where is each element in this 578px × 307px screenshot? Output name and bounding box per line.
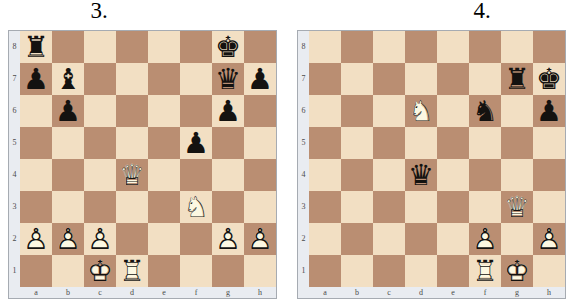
square-f2: ♟♙ bbox=[469, 223, 501, 255]
square-c3 bbox=[373, 191, 405, 223]
rank-label-5: 5 bbox=[9, 127, 20, 159]
square-b5 bbox=[341, 127, 373, 159]
rank-label-1: 1 bbox=[9, 255, 20, 287]
square-c1 bbox=[373, 255, 405, 287]
square-c2 bbox=[373, 223, 405, 255]
square-f1: ♜♖ bbox=[469, 255, 501, 287]
square-a6 bbox=[20, 95, 52, 127]
square-d5 bbox=[116, 127, 148, 159]
square-c1: ♚♔ bbox=[84, 255, 116, 287]
rank-label-5: 5 bbox=[298, 127, 309, 159]
square-h5 bbox=[244, 127, 276, 159]
black-pawn-h7: ♟ bbox=[244, 63, 276, 95]
square-d7 bbox=[405, 63, 437, 95]
square-b1 bbox=[52, 255, 84, 287]
square-a7: ♟ bbox=[20, 63, 52, 95]
square-d7 bbox=[116, 63, 148, 95]
white-knight-d6: ♞♘ bbox=[405, 95, 437, 127]
square-d8 bbox=[405, 31, 437, 63]
square-e3 bbox=[437, 191, 469, 223]
square-e5 bbox=[148, 127, 180, 159]
square-g8 bbox=[501, 31, 533, 63]
rank-label-2: 2 bbox=[9, 223, 20, 255]
square-b4 bbox=[341, 159, 373, 191]
square-e2 bbox=[437, 223, 469, 255]
square-c5 bbox=[84, 127, 116, 159]
square-d2 bbox=[116, 223, 148, 255]
black-pawn-a7: ♟ bbox=[20, 63, 52, 95]
square-f7 bbox=[180, 63, 212, 95]
square-a2: ♟♙ bbox=[20, 223, 52, 255]
file-label-h: h bbox=[533, 287, 565, 298]
square-f4 bbox=[180, 159, 212, 191]
square-d6: ♞♘ bbox=[405, 95, 437, 127]
rank-label-6: 6 bbox=[298, 95, 309, 127]
square-h8 bbox=[244, 31, 276, 63]
square-h1 bbox=[244, 255, 276, 287]
square-e1 bbox=[148, 255, 180, 287]
chessboard-puzzle-4: 87♜♚6♞♘♞♟54♛3♛♕2♟♙♟♙1♜♖♚♔abcdefgh bbox=[297, 30, 566, 299]
black-rook-a8: ♜ bbox=[20, 31, 52, 63]
square-e1 bbox=[437, 255, 469, 287]
rank-label-4: 4 bbox=[9, 159, 20, 191]
file-label-f: f bbox=[180, 287, 212, 298]
white-knight-f3: ♞♘ bbox=[180, 191, 212, 223]
square-b2 bbox=[341, 223, 373, 255]
square-e5 bbox=[437, 127, 469, 159]
square-g3 bbox=[212, 191, 244, 223]
white-rook-d1: ♜♖ bbox=[116, 255, 148, 287]
black-rook-g7: ♜ bbox=[501, 63, 533, 95]
square-g2: ♟♙ bbox=[212, 223, 244, 255]
frame-corner bbox=[9, 287, 20, 298]
rank-label-1: 1 bbox=[298, 255, 309, 287]
square-d5 bbox=[405, 127, 437, 159]
square-g3: ♛♕ bbox=[501, 191, 533, 223]
black-pawn-f5: ♟ bbox=[180, 127, 212, 159]
square-g7: ♜ bbox=[501, 63, 533, 95]
square-f5 bbox=[469, 127, 501, 159]
square-g4 bbox=[212, 159, 244, 191]
square-e2 bbox=[148, 223, 180, 255]
chess-puzzles-page: 3. 4. 8♜♚7♟♝♛♟6♟♟5♟4♛♕3♞♘2♟♙♟♙♟♙♟♙♟♙1♚♔♜… bbox=[0, 0, 578, 307]
square-g8: ♚ bbox=[212, 31, 244, 63]
file-label-a: a bbox=[20, 287, 52, 298]
square-b4 bbox=[52, 159, 84, 191]
square-h3 bbox=[533, 191, 565, 223]
square-c4 bbox=[84, 159, 116, 191]
black-queen-g7: ♛ bbox=[212, 63, 244, 95]
square-c6 bbox=[84, 95, 116, 127]
square-f2 bbox=[180, 223, 212, 255]
square-a1 bbox=[20, 255, 52, 287]
square-e7 bbox=[437, 63, 469, 95]
square-h6: ♟ bbox=[533, 95, 565, 127]
square-g1: ♚♔ bbox=[501, 255, 533, 287]
square-h2: ♟♙ bbox=[533, 223, 565, 255]
square-c6 bbox=[373, 95, 405, 127]
square-g6 bbox=[501, 95, 533, 127]
square-g7: ♛ bbox=[212, 63, 244, 95]
square-a4 bbox=[309, 159, 341, 191]
square-g5 bbox=[212, 127, 244, 159]
board-frame: 8♜♚7♟♝♛♟6♟♟5♟4♛♕3♞♘2♟♙♟♙♟♙♟♙♟♙1♚♔♜♖abcde… bbox=[8, 30, 277, 299]
square-h4 bbox=[244, 159, 276, 191]
square-b3 bbox=[52, 191, 84, 223]
file-label-g: g bbox=[212, 287, 244, 298]
square-g5 bbox=[501, 127, 533, 159]
square-e6 bbox=[437, 95, 469, 127]
white-pawn-c2: ♟♙ bbox=[84, 223, 116, 255]
square-b1 bbox=[341, 255, 373, 287]
white-pawn-g2: ♟♙ bbox=[212, 223, 244, 255]
file-label-d: d bbox=[116, 287, 148, 298]
square-a5 bbox=[309, 127, 341, 159]
file-label-c: c bbox=[84, 287, 116, 298]
white-rook-f1: ♜♖ bbox=[469, 255, 501, 287]
white-pawn-h2: ♟♙ bbox=[533, 223, 565, 255]
square-d4: ♛♕ bbox=[116, 159, 148, 191]
white-king-c1: ♚♔ bbox=[84, 255, 116, 287]
square-d4: ♛ bbox=[405, 159, 437, 191]
rank-label-8: 8 bbox=[298, 31, 309, 63]
square-c4 bbox=[373, 159, 405, 191]
square-e8 bbox=[148, 31, 180, 63]
square-f4 bbox=[469, 159, 501, 191]
square-b3 bbox=[341, 191, 373, 223]
square-h4 bbox=[533, 159, 565, 191]
file-label-e: e bbox=[437, 287, 469, 298]
square-b8 bbox=[341, 31, 373, 63]
square-h5 bbox=[533, 127, 565, 159]
square-b6 bbox=[341, 95, 373, 127]
square-c3 bbox=[84, 191, 116, 223]
white-queen-d4: ♛♕ bbox=[116, 159, 148, 191]
square-c8 bbox=[84, 31, 116, 63]
rank-label-3: 3 bbox=[9, 191, 20, 223]
white-pawn-b2: ♟♙ bbox=[52, 223, 84, 255]
chessboard-puzzle-3: 8♜♚7♟♝♛♟6♟♟5♟4♛♕3♞♘2♟♙♟♙♟♙♟♙♟♙1♚♔♜♖abcde… bbox=[8, 30, 277, 299]
white-queen-g3: ♛♕ bbox=[501, 191, 533, 223]
white-pawn-f2: ♟♙ bbox=[469, 223, 501, 255]
file-label-d: d bbox=[405, 287, 437, 298]
square-a4 bbox=[20, 159, 52, 191]
black-bishop-b7: ♝ bbox=[52, 63, 84, 95]
square-f6 bbox=[180, 95, 212, 127]
square-b7 bbox=[341, 63, 373, 95]
square-b2: ♟♙ bbox=[52, 223, 84, 255]
file-label-c: c bbox=[373, 287, 405, 298]
square-c7 bbox=[84, 63, 116, 95]
square-f3 bbox=[469, 191, 501, 223]
square-a7 bbox=[309, 63, 341, 95]
black-pawn-h6: ♟ bbox=[533, 95, 565, 127]
square-a3 bbox=[20, 191, 52, 223]
square-b6: ♟ bbox=[52, 95, 84, 127]
frame-corner bbox=[298, 287, 309, 298]
rank-label-6: 6 bbox=[9, 95, 20, 127]
black-king-g8: ♚ bbox=[212, 31, 244, 63]
file-label-b: b bbox=[52, 287, 84, 298]
square-g4 bbox=[501, 159, 533, 191]
square-a3 bbox=[309, 191, 341, 223]
square-f3: ♞♘ bbox=[180, 191, 212, 223]
rank-label-4: 4 bbox=[298, 159, 309, 191]
black-king-h7: ♚ bbox=[533, 63, 565, 95]
square-h1 bbox=[533, 255, 565, 287]
square-e3 bbox=[148, 191, 180, 223]
square-d1: ♜♖ bbox=[116, 255, 148, 287]
square-b7: ♝ bbox=[52, 63, 84, 95]
file-label-h: h bbox=[244, 287, 276, 298]
rank-label-8: 8 bbox=[9, 31, 20, 63]
square-b5 bbox=[52, 127, 84, 159]
square-a1 bbox=[309, 255, 341, 287]
square-b8 bbox=[52, 31, 84, 63]
file-label-a: a bbox=[309, 287, 341, 298]
square-f8 bbox=[180, 31, 212, 63]
rank-label-7: 7 bbox=[9, 63, 20, 95]
square-c8 bbox=[373, 31, 405, 63]
puzzle-3-number: 3. bbox=[90, 0, 107, 24]
square-g6: ♟ bbox=[212, 95, 244, 127]
board-frame: 87♜♚6♞♘♞♟54♛3♛♕2♟♙♟♙1♜♖♚♔abcdefgh bbox=[297, 30, 566, 299]
file-label-g: g bbox=[501, 287, 533, 298]
square-a8: ♜ bbox=[20, 31, 52, 63]
square-g2 bbox=[501, 223, 533, 255]
square-c7 bbox=[373, 63, 405, 95]
square-a2 bbox=[309, 223, 341, 255]
black-pawn-g6: ♟ bbox=[212, 95, 244, 127]
square-h8 bbox=[533, 31, 565, 63]
rank-label-2: 2 bbox=[298, 223, 309, 255]
square-e7 bbox=[148, 63, 180, 95]
square-e4 bbox=[437, 159, 469, 191]
square-h3 bbox=[244, 191, 276, 223]
black-queen-d4: ♛ bbox=[405, 159, 437, 191]
file-label-f: f bbox=[469, 287, 501, 298]
square-f8 bbox=[469, 31, 501, 63]
square-e4 bbox=[148, 159, 180, 191]
square-d6 bbox=[116, 95, 148, 127]
square-h6 bbox=[244, 95, 276, 127]
puzzle-4-number: 4. bbox=[473, 0, 490, 24]
rank-label-7: 7 bbox=[298, 63, 309, 95]
square-h7: ♚ bbox=[533, 63, 565, 95]
square-g1 bbox=[212, 255, 244, 287]
square-a5 bbox=[20, 127, 52, 159]
black-pawn-b6: ♟ bbox=[52, 95, 84, 127]
square-a8 bbox=[309, 31, 341, 63]
square-c5 bbox=[373, 127, 405, 159]
white-pawn-a2: ♟♙ bbox=[20, 223, 52, 255]
rank-label-3: 3 bbox=[298, 191, 309, 223]
square-e8 bbox=[437, 31, 469, 63]
square-d3 bbox=[405, 191, 437, 223]
square-d8 bbox=[116, 31, 148, 63]
square-f7 bbox=[469, 63, 501, 95]
square-f5: ♟ bbox=[180, 127, 212, 159]
square-f1 bbox=[180, 255, 212, 287]
square-c2: ♟♙ bbox=[84, 223, 116, 255]
square-e6 bbox=[148, 95, 180, 127]
square-h7: ♟ bbox=[244, 63, 276, 95]
file-label-e: e bbox=[148, 287, 180, 298]
square-a6 bbox=[309, 95, 341, 127]
square-f6: ♞ bbox=[469, 95, 501, 127]
black-knight-f6: ♞ bbox=[469, 95, 501, 127]
file-label-b: b bbox=[341, 287, 373, 298]
white-king-g1: ♚♔ bbox=[501, 255, 533, 287]
square-d2 bbox=[405, 223, 437, 255]
square-h2: ♟♙ bbox=[244, 223, 276, 255]
square-d1 bbox=[405, 255, 437, 287]
white-pawn-h2: ♟♙ bbox=[244, 223, 276, 255]
square-d3 bbox=[116, 191, 148, 223]
